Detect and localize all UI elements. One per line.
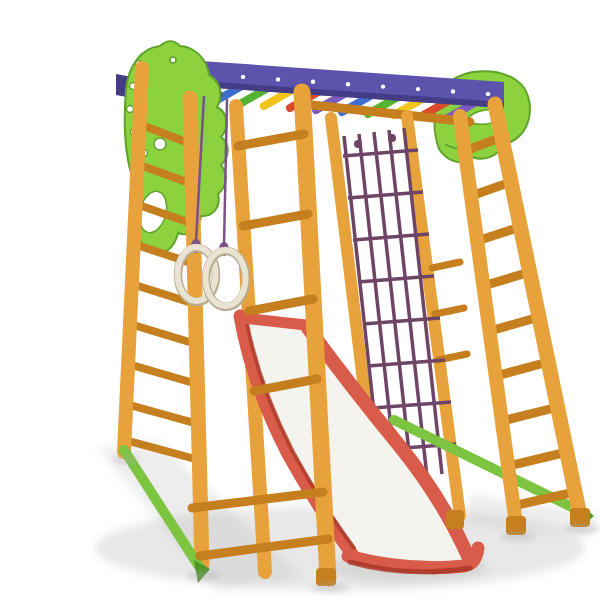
net-knot bbox=[388, 134, 396, 142]
product-photo bbox=[40, 16, 600, 600]
net-knot bbox=[354, 140, 362, 148]
ladder-foot bbox=[446, 510, 464, 529]
slide-top-lip bbox=[242, 318, 306, 325]
right-side-ladder bbox=[446, 104, 590, 535]
play-gym-illustration bbox=[40, 16, 600, 600]
